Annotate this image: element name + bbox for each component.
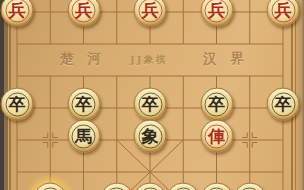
piece-character: 卒 (208, 96, 225, 113)
piece-character: 象 (142, 128, 159, 145)
piece-character: 俥 (208, 128, 225, 145)
river-label-chu-he: 楚河 (60, 50, 115, 68)
piece-character: 兵 (75, 2, 92, 19)
piece-character: 卒 (75, 96, 92, 113)
app-watermark: JJ象棋 (130, 53, 167, 67)
piece-black-soldier[interactable]: 卒 (134, 88, 167, 121)
piece-character: 兵 (9, 2, 26, 19)
piece-character: 兵 (208, 2, 225, 19)
piece-character: 卒 (142, 96, 159, 113)
piece-black-soldier[interactable]: 卒 (267, 88, 300, 121)
piece-black-horse[interactable]: 馬 (67, 120, 100, 153)
piece-black-elephant[interactable]: 象 (134, 120, 167, 153)
piece-character: 卒 (275, 96, 292, 113)
river-label-han-jie: 汉界 (203, 50, 258, 68)
piece-red-chariot[interactable]: 俥 (200, 120, 233, 153)
piece-black-soldier[interactable]: 卒 (1, 88, 34, 121)
piece-black-soldier[interactable]: 卒 (200, 88, 233, 121)
piece-character: 馬 (75, 128, 92, 145)
piece-black-soldier[interactable]: 卒 (67, 88, 100, 121)
piece-character: 兵 (275, 2, 292, 19)
piece-character: 兵 (142, 2, 159, 19)
xiangqi-board[interactable]: 楚河 JJ象棋 汉界 兵兵兵兵兵卒卒卒卒卒馬象俥車士將士象馬 (0, 0, 304, 190)
piece-character: 卒 (9, 96, 26, 113)
